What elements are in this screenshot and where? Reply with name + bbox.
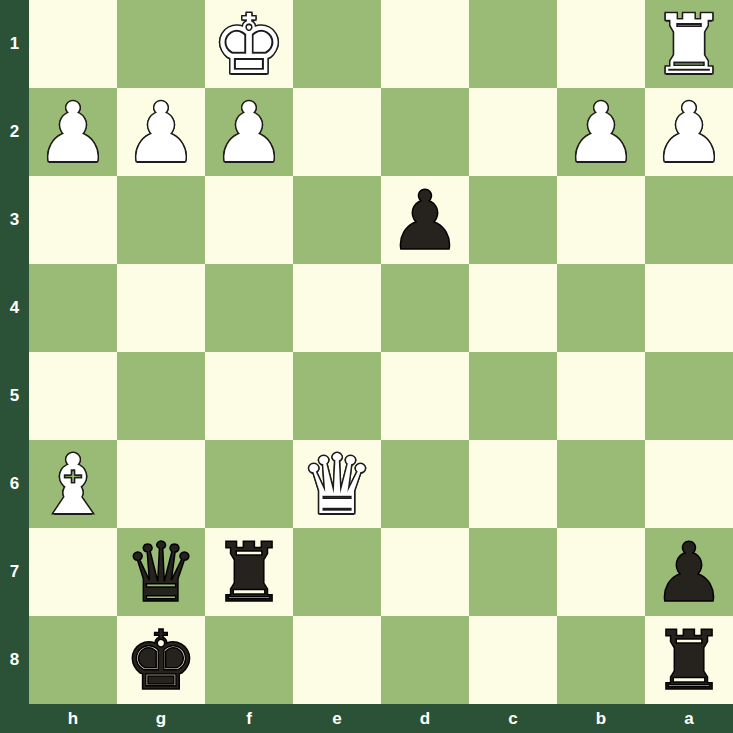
square-c5[interactable] (469, 352, 557, 440)
square-c1[interactable] (469, 0, 557, 88)
square-f3[interactable] (205, 176, 293, 264)
rank-label-4: 4 (0, 264, 29, 352)
square-f2[interactable]: ♟ (205, 88, 293, 176)
square-d6[interactable] (381, 440, 469, 528)
square-c7[interactable] (469, 528, 557, 616)
square-h4[interactable] (29, 264, 117, 352)
square-f5[interactable] (205, 352, 293, 440)
square-g3[interactable] (117, 176, 205, 264)
square-b2[interactable]: ♟ (557, 88, 645, 176)
square-g7[interactable]: ♛ (117, 528, 205, 616)
square-g1[interactable] (117, 0, 205, 88)
square-c6[interactable] (469, 440, 557, 528)
square-e8[interactable] (293, 616, 381, 704)
file-label-b: b (557, 704, 645, 733)
rank-label-8: 8 (0, 616, 29, 704)
file-label-c: c (469, 704, 557, 733)
square-a5[interactable] (645, 352, 733, 440)
square-e5[interactable] (293, 352, 381, 440)
square-b1[interactable] (557, 0, 645, 88)
square-b8[interactable] (557, 616, 645, 704)
piece-white-pawn-g2[interactable]: ♟ (124, 89, 198, 176)
square-b3[interactable] (557, 176, 645, 264)
square-f4[interactable] (205, 264, 293, 352)
square-e6[interactable]: ♛ (293, 440, 381, 528)
square-h6[interactable]: ♝ (29, 440, 117, 528)
square-c2[interactable] (469, 88, 557, 176)
square-d8[interactable] (381, 616, 469, 704)
square-h5[interactable] (29, 352, 117, 440)
piece-black-rook-f7[interactable]: ♜ (212, 529, 286, 616)
piece-white-queen-e6[interactable]: ♛ (300, 441, 374, 528)
rank-label-6: 6 (0, 440, 29, 528)
square-c3[interactable] (469, 176, 557, 264)
square-h3[interactable] (29, 176, 117, 264)
square-f8[interactable] (205, 616, 293, 704)
square-h2[interactable]: ♟ (29, 88, 117, 176)
square-d4[interactable] (381, 264, 469, 352)
piece-black-queen-g7[interactable]: ♛ (124, 529, 198, 616)
rank-label-1: 1 (0, 0, 29, 88)
rank-label-2: 2 (0, 88, 29, 176)
rank-label-5: 5 (0, 352, 29, 440)
file-label-f: f (205, 704, 293, 733)
square-c8[interactable] (469, 616, 557, 704)
square-b4[interactable] (557, 264, 645, 352)
square-d7[interactable] (381, 528, 469, 616)
piece-white-pawn-b2[interactable]: ♟ (564, 89, 638, 176)
square-g6[interactable] (117, 440, 205, 528)
square-a2[interactable]: ♟ (645, 88, 733, 176)
square-a7[interactable]: ♟ (645, 528, 733, 616)
square-e7[interactable] (293, 528, 381, 616)
piece-white-rook-a1[interactable]: ♜ (652, 1, 726, 88)
file-label-g: g (117, 704, 205, 733)
square-e3[interactable] (293, 176, 381, 264)
rank-label-7: 7 (0, 528, 29, 616)
square-e1[interactable] (293, 0, 381, 88)
square-b5[interactable] (557, 352, 645, 440)
piece-black-rook-a8[interactable]: ♜ (652, 617, 726, 704)
piece-white-pawn-h2[interactable]: ♟ (36, 89, 110, 176)
square-h8[interactable] (29, 616, 117, 704)
board-corner (0, 704, 29, 733)
square-d1[interactable] (381, 0, 469, 88)
square-a6[interactable] (645, 440, 733, 528)
file-label-a: a (645, 704, 733, 733)
chessboard: 1♚♜2♟♟♟♟♟3♟456♝♛7♛♜♟8♚♜hgfedcba (0, 0, 733, 733)
piece-black-pawn-d3[interactable]: ♟ (388, 177, 462, 264)
piece-white-king-f1[interactable]: ♚ (212, 1, 286, 88)
square-d5[interactable] (381, 352, 469, 440)
file-label-e: e (293, 704, 381, 733)
square-h7[interactable] (29, 528, 117, 616)
square-g8[interactable]: ♚ (117, 616, 205, 704)
square-f6[interactable] (205, 440, 293, 528)
piece-white-bishop-h6[interactable]: ♝ (36, 441, 110, 528)
square-d2[interactable] (381, 88, 469, 176)
square-h1[interactable] (29, 0, 117, 88)
square-f1[interactable]: ♚ (205, 0, 293, 88)
square-e2[interactable] (293, 88, 381, 176)
square-a8[interactable]: ♜ (645, 616, 733, 704)
piece-black-king-g8[interactable]: ♚ (124, 617, 198, 704)
square-g4[interactable] (117, 264, 205, 352)
square-g5[interactable] (117, 352, 205, 440)
square-a1[interactable]: ♜ (645, 0, 733, 88)
file-label-d: d (381, 704, 469, 733)
square-a3[interactable] (645, 176, 733, 264)
square-b7[interactable] (557, 528, 645, 616)
piece-white-pawn-a2[interactable]: ♟ (652, 89, 726, 176)
rank-label-3: 3 (0, 176, 29, 264)
piece-black-pawn-a7[interactable]: ♟ (652, 529, 726, 616)
square-b6[interactable] (557, 440, 645, 528)
square-f7[interactable]: ♜ (205, 528, 293, 616)
square-c4[interactable] (469, 264, 557, 352)
square-g2[interactable]: ♟ (117, 88, 205, 176)
square-d3[interactable]: ♟ (381, 176, 469, 264)
file-label-h: h (29, 704, 117, 733)
piece-white-pawn-f2[interactable]: ♟ (212, 89, 286, 176)
square-a4[interactable] (645, 264, 733, 352)
square-e4[interactable] (293, 264, 381, 352)
